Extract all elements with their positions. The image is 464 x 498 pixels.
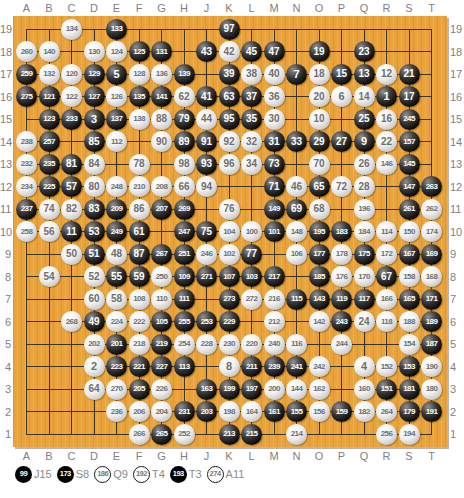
row-label-left-17: 17 [0, 68, 11, 80]
col-label-bottom-A: A [23, 450, 30, 462]
stone-D3: 64 [84, 379, 105, 400]
stone-P9: 178 [331, 244, 352, 265]
go-board: 1341339726014013012412513143424547192325… [13, 16, 447, 447]
stone-J15: 44 [196, 109, 217, 130]
stone-K4: 8 [219, 356, 240, 377]
row-label-left-11: 11 [0, 203, 11, 215]
col-label-bottom-K: K [225, 450, 232, 462]
caption-stone-186: 186 [94, 466, 111, 483]
stone-N11: 69 [286, 199, 307, 220]
caption-point-J15: J15 [34, 468, 52, 480]
stone-D16: 127 [84, 86, 105, 107]
stone-F12: 210 [129, 176, 150, 197]
stone-E9: 48 [106, 244, 127, 265]
col-label-bottom-O: O [315, 450, 324, 462]
stone-B12: 225 [39, 176, 60, 197]
stone-A11: 237 [16, 199, 37, 220]
stone-T9: 169 [421, 244, 442, 265]
stone-E7: 58 [106, 289, 127, 310]
stone-R3: 151 [376, 379, 397, 400]
stone-K15: 95 [219, 109, 240, 130]
stone-S5: 154 [399, 334, 420, 355]
stone-P16: 6 [331, 86, 352, 107]
stone-G3: 226 [151, 379, 172, 400]
stone-G14: 90 [151, 131, 172, 152]
caption-entry-193: 193T3 [170, 466, 202, 483]
stone-H2: 231 [174, 401, 195, 422]
stone-K10: 104 [219, 221, 240, 242]
stone-F7: 108 [129, 289, 150, 310]
stone-H4: 113 [174, 356, 195, 377]
caption-stone-192: 192 [133, 466, 150, 483]
row-label-right-19: 19 [450, 23, 462, 35]
stone-B10: 56 [39, 221, 60, 242]
stone-S8: 158 [399, 266, 420, 287]
row-label-left-18: 18 [0, 46, 11, 58]
col-label-top-N: N [293, 2, 301, 14]
col-label-bottom-E: E [113, 450, 120, 462]
stone-F9: 87 [129, 244, 150, 265]
stone-O17: 18 [309, 64, 330, 85]
stone-O3: 162 [309, 379, 330, 400]
stone-G18: 131 [151, 41, 172, 62]
stone-J6: 253 [196, 311, 217, 332]
row-label-left-19: 19 [0, 23, 11, 35]
stone-C19: 134 [61, 19, 82, 40]
row-label-right-15: 15 [450, 113, 462, 125]
stone-P7: 119 [331, 289, 352, 310]
stone-A12: 234 [16, 176, 37, 197]
stone-M13: 73 [264, 154, 285, 175]
stone-S7: 165 [399, 289, 420, 310]
stone-R4: 152 [376, 356, 397, 377]
stone-R13: 146 [376, 154, 397, 175]
row-label-right-2: 2 [450, 406, 456, 418]
stone-E4: 223 [106, 356, 127, 377]
stone-F1: 266 [129, 424, 150, 445]
stone-L1: 215 [241, 424, 262, 445]
stone-N17: 7 [286, 64, 307, 85]
stone-O15: 10 [309, 109, 330, 130]
stone-A17: 259 [16, 64, 37, 85]
stone-A14: 238 [16, 131, 37, 152]
stone-K14: 92 [219, 131, 240, 152]
stone-L10: 100 [241, 221, 262, 242]
row-label-left-15: 15 [0, 113, 11, 125]
stone-K5: 230 [219, 334, 240, 355]
caption-stone-274: 274 [207, 466, 224, 483]
stone-L4: 211 [241, 356, 262, 377]
col-label-top-R: R [383, 2, 391, 14]
col-label-bottom-D: D [90, 450, 98, 462]
caption-point-T3: T3 [189, 468, 202, 480]
stone-T3: 180 [421, 379, 442, 400]
stone-E10: 249 [106, 221, 127, 242]
stone-Q9: 175 [354, 244, 375, 265]
stone-Q4: 4 [354, 356, 375, 377]
stone-C13: 81 [61, 154, 82, 175]
stone-L13: 34 [241, 154, 262, 175]
col-label-bottom-C: C [68, 450, 76, 462]
stone-Q6: 24 [354, 311, 375, 332]
row-label-left-12: 12 [0, 181, 11, 193]
stone-C6: 268 [61, 311, 82, 332]
stone-S6: 188 [399, 311, 420, 332]
stone-O14: 29 [309, 131, 330, 152]
stone-L7: 272 [241, 289, 262, 310]
col-label-top-M: M [269, 2, 278, 14]
stone-D5: 202 [84, 334, 105, 355]
row-label-left-14: 14 [0, 136, 11, 148]
row-label-left-16: 16 [0, 91, 11, 103]
row-label-left-6: 6 [0, 316, 11, 328]
stone-F16: 135 [129, 86, 150, 107]
caption-point-S8: S8 [76, 468, 89, 480]
stone-R15: 16 [376, 109, 397, 130]
stone-O7: 143 [309, 289, 330, 310]
stone-B8: 54 [39, 266, 60, 287]
col-label-top-A: A [23, 2, 30, 14]
stone-K18: 42 [219, 41, 240, 62]
row-label-right-4: 4 [450, 361, 456, 373]
col-label-top-O: O [315, 2, 324, 14]
stone-J8: 271 [196, 266, 217, 287]
stone-T7: 171 [421, 289, 442, 310]
stone-H11: 269 [174, 199, 195, 220]
stone-F5: 218 [129, 334, 150, 355]
stone-A18: 260 [16, 41, 37, 62]
stone-T2: 191 [421, 401, 442, 422]
stone-B11: 74 [39, 199, 60, 220]
stone-D15: 3 [84, 109, 105, 130]
stone-L17: 38 [241, 64, 262, 85]
stone-C9: 50 [61, 244, 82, 265]
stone-K1: 213 [219, 424, 240, 445]
stone-H6: 255 [174, 311, 195, 332]
stone-M7: 216 [264, 289, 285, 310]
col-label-bottom-Q: Q [360, 450, 369, 462]
stone-O11: 68 [309, 199, 330, 220]
stone-P10: 183 [331, 221, 352, 242]
caption-point-T4: T4 [152, 468, 165, 480]
row-label-left-9: 9 [0, 248, 11, 260]
stone-D14: 85 [84, 131, 105, 152]
stone-G9: 267 [151, 244, 172, 265]
stone-M14: 31 [264, 131, 285, 152]
stone-G16: 141 [151, 86, 172, 107]
stone-R17: 12 [376, 64, 397, 85]
caption-entry-192: 192T4 [133, 466, 165, 483]
stone-B17: 132 [39, 64, 60, 85]
stone-T10: 174 [421, 221, 442, 242]
col-label-top-Q: Q [360, 2, 369, 14]
stone-J2: 203 [196, 401, 217, 422]
stone-F6: 222 [129, 311, 150, 332]
stone-J10: 75 [196, 221, 217, 242]
stone-H7: 111 [174, 289, 195, 310]
col-label-top-H: H [180, 2, 188, 14]
stone-F18: 125 [129, 41, 150, 62]
stone-H16: 62 [174, 86, 195, 107]
col-label-bottom-F: F [136, 450, 143, 462]
row-label-left-4: 4 [0, 361, 11, 373]
stone-Q13: 26 [354, 154, 375, 175]
stone-D12: 80 [84, 176, 105, 197]
stone-M6: 212 [264, 311, 285, 332]
stone-N14: 33 [286, 131, 307, 152]
stone-G15: 88 [151, 109, 172, 130]
col-label-top-L: L [248, 2, 254, 14]
stone-F15: 138 [129, 109, 150, 130]
stone-S10: 150 [399, 221, 420, 242]
stone-H10: 247 [174, 221, 195, 242]
stone-S3: 181 [399, 379, 420, 400]
stone-P2: 159 [331, 401, 352, 422]
stone-K3: 199 [219, 379, 240, 400]
stone-A13: 232 [16, 154, 37, 175]
stone-M2: 161 [264, 401, 285, 422]
stone-F3: 205 [129, 379, 150, 400]
stone-N5: 116 [286, 334, 307, 355]
stone-L2: 164 [241, 401, 262, 422]
stone-O8: 185 [309, 266, 330, 287]
stone-F2: 206 [129, 401, 150, 422]
stone-F17: 128 [129, 64, 150, 85]
stone-A10: 258 [16, 221, 37, 242]
stone-L8: 103 [241, 266, 262, 287]
stone-J3: 163 [196, 379, 217, 400]
stone-D4: 2 [84, 356, 105, 377]
col-label-bottom-L: L [248, 450, 254, 462]
col-label-top-J: J [204, 2, 210, 14]
row-label-right-14: 14 [450, 136, 462, 148]
stone-D10: 53 [84, 221, 105, 242]
caption-stone-99: 99 [15, 466, 32, 483]
stone-D11: 83 [84, 199, 105, 220]
col-label-top-T: T [428, 2, 435, 14]
col-label-bottom-J: J [204, 450, 210, 462]
stone-O12: 65 [309, 176, 330, 197]
stone-D7: 60 [84, 289, 105, 310]
stone-G12: 208 [151, 176, 172, 197]
stone-B14: 257 [39, 131, 60, 152]
stone-T12: 263 [421, 176, 442, 197]
stone-P17: 15 [331, 64, 352, 85]
stone-S1: 194 [399, 424, 420, 445]
stone-R2: 264 [376, 401, 397, 422]
stone-H9: 251 [174, 244, 195, 265]
stone-L18: 45 [241, 41, 262, 62]
stone-H15: 79 [174, 109, 195, 130]
stone-J16: 41 [196, 86, 217, 107]
stone-B18: 140 [39, 41, 60, 62]
row-label-left-10: 10 [0, 226, 11, 238]
stone-O18: 19 [309, 41, 330, 62]
stone-E19: 133 [106, 19, 127, 40]
col-label-top-C: C [68, 2, 76, 14]
stone-M8: 217 [264, 266, 285, 287]
stone-G5: 219 [151, 334, 172, 355]
stone-D13: 84 [84, 154, 105, 175]
stone-E5: 201 [106, 334, 127, 355]
stone-M15: 30 [264, 109, 285, 130]
stone-H12: 66 [174, 176, 195, 197]
stone-E18: 124 [106, 41, 127, 62]
stone-J12: 94 [196, 176, 217, 197]
col-label-bottom-H: H [180, 450, 188, 462]
stone-Q10: 184 [354, 221, 375, 242]
stone-S12: 147 [399, 176, 420, 197]
stone-E15: 137 [106, 109, 127, 130]
stone-R1: 256 [376, 424, 397, 445]
caption-entry-274: 274A11 [207, 466, 245, 483]
stone-R9: 172 [376, 244, 397, 265]
stone-L9: 77 [241, 244, 262, 265]
stone-G17: 136 [151, 64, 172, 85]
row-label-right-13: 13 [450, 158, 462, 170]
stone-K16: 63 [219, 86, 240, 107]
col-label-bottom-S: S [405, 450, 412, 462]
row-label-left-8: 8 [0, 271, 11, 283]
caption-stone-193: 193 [170, 466, 187, 483]
row-label-right-17: 17 [450, 68, 462, 80]
stone-N7: 115 [286, 289, 307, 310]
stone-H8: 109 [174, 266, 195, 287]
col-label-bottom-M: M [269, 450, 278, 462]
stone-Q14: 9 [354, 131, 375, 152]
stone-H13: 98 [174, 154, 195, 175]
stone-E8: 55 [106, 266, 127, 287]
row-label-left-2: 2 [0, 406, 11, 418]
row-label-right-12: 12 [450, 181, 462, 193]
stone-L16: 37 [241, 86, 262, 107]
caption-entry-186: 186Q9 [94, 466, 128, 483]
stone-C10: 11 [61, 221, 82, 242]
col-label-bottom-B: B [45, 450, 52, 462]
stone-T8: 168 [421, 266, 442, 287]
stone-G11: 207 [151, 199, 172, 220]
row-label-right-5: 5 [450, 338, 456, 350]
stone-G2: 204 [151, 401, 172, 422]
stone-O2: 156 [309, 401, 330, 422]
stone-L5: 220 [241, 334, 262, 355]
caption-point-A11: A11 [226, 468, 245, 480]
stone-N12: 46 [286, 176, 307, 197]
row-label-right-18: 18 [450, 46, 462, 58]
stone-B13: 235 [39, 154, 60, 175]
stone-M12: 71 [264, 176, 285, 197]
stone-K19: 97 [219, 19, 240, 40]
row-label-right-7: 7 [450, 293, 456, 305]
stone-K7: 273 [219, 289, 240, 310]
stone-P6: 243 [331, 311, 352, 332]
stone-L3: 197 [241, 379, 262, 400]
stone-O6: 142 [309, 311, 330, 332]
col-label-top-P: P [338, 2, 345, 14]
stone-E14: 112 [106, 131, 127, 152]
stone-M17: 40 [264, 64, 285, 85]
col-label-top-S: S [405, 2, 412, 14]
col-label-top-F: F [136, 2, 143, 14]
stone-J14: 91 [196, 131, 217, 152]
stone-D18: 130 [84, 41, 105, 62]
col-label-bottom-N: N [293, 450, 301, 462]
stone-G8: 250 [151, 266, 172, 287]
stone-R8: 67 [376, 266, 397, 287]
stone-O13: 70 [309, 154, 330, 175]
stone-E12: 248 [106, 176, 127, 197]
stone-N9: 106 [286, 244, 307, 265]
stone-S2: 179 [399, 401, 420, 422]
stone-M16: 36 [264, 86, 285, 107]
stone-K11: 76 [219, 199, 240, 220]
row-label-right-11: 11 [450, 203, 461, 215]
stone-Q7: 117 [354, 289, 375, 310]
stone-M5: 240 [264, 334, 285, 355]
caption-point-Q9: Q9 [113, 468, 128, 480]
stone-F11: 86 [129, 199, 150, 220]
stone-N10: 148 [286, 221, 307, 242]
stone-O9: 177 [309, 244, 330, 265]
stone-T5: 187 [421, 334, 442, 355]
row-label-left-7: 7 [0, 293, 11, 305]
stone-E17: 5 [106, 64, 127, 85]
stone-R10: 114 [376, 221, 397, 242]
stone-D17: 129 [84, 64, 105, 85]
stone-K9: 102 [219, 244, 240, 265]
stone-F8: 59 [129, 266, 150, 287]
stone-K2: 198 [219, 401, 240, 422]
stone-H17: 139 [174, 64, 195, 85]
stone-J5: 228 [196, 334, 217, 355]
go-game-record-diagram: ABCDEFGHJKLMNOPQRST 19181716151413121110… [0, 0, 464, 498]
stone-F4: 221 [129, 356, 150, 377]
stone-K6: 229 [219, 311, 240, 332]
stone-Q11: 196 [354, 199, 375, 220]
stone-Q2: 182 [354, 401, 375, 422]
stone-S16: 17 [399, 86, 420, 107]
stone-M11: 149 [264, 199, 285, 220]
stone-C11: 82 [61, 199, 82, 220]
stone-O10: 195 [309, 221, 330, 242]
stone-P8: 176 [331, 266, 352, 287]
stone-S17: 21 [399, 64, 420, 85]
stone-T6: 189 [421, 311, 442, 332]
stone-Q16: 14 [354, 86, 375, 107]
stone-N4: 241 [286, 356, 307, 377]
row-label-right-10: 10 [450, 226, 462, 238]
stone-N1: 214 [286, 424, 307, 445]
caption-entry-99: 99J15 [15, 466, 52, 483]
stone-C15: 233 [61, 109, 82, 130]
stone-S9: 167 [399, 244, 420, 265]
row-label-right-1: 1 [450, 428, 456, 440]
stone-L15: 35 [241, 109, 262, 130]
stone-K13: 96 [219, 154, 240, 175]
stone-R6: 118 [376, 311, 397, 332]
stone-D8: 52 [84, 266, 105, 287]
stone-P14: 27 [331, 131, 352, 152]
stone-R7: 166 [376, 289, 397, 310]
stone-E6: 224 [106, 311, 127, 332]
stone-B15: 123 [39, 109, 60, 130]
stone-S15: 245 [399, 109, 420, 130]
caption-stone-173: 173 [57, 466, 74, 483]
stone-E3: 270 [106, 379, 127, 400]
stone-M18: 47 [264, 41, 285, 62]
row-label-right-9: 9 [450, 248, 456, 260]
row-label-right-8: 8 [450, 271, 456, 283]
